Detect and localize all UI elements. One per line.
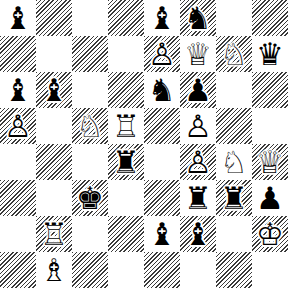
square-g6[interactable] <box>216 72 252 108</box>
square-e4[interactable] <box>144 144 180 180</box>
square-f5[interactable]: ♙ <box>180 108 216 144</box>
square-h4[interactable]: ♕ <box>252 144 288 180</box>
white-queen-f7[interactable]: ♕ <box>180 36 216 72</box>
square-f3[interactable]: ♜ <box>180 180 216 216</box>
white-pawn-e7[interactable]: ♙ <box>144 36 180 72</box>
square-g4[interactable]: ♘ <box>216 144 252 180</box>
square-c8[interactable] <box>72 0 108 36</box>
square-h7[interactable]: ♛ <box>252 36 288 72</box>
square-c2[interactable] <box>72 216 108 252</box>
square-a3[interactable] <box>0 180 36 216</box>
square-e8[interactable]: ♝ <box>144 0 180 36</box>
square-g5[interactable] <box>216 108 252 144</box>
square-b8[interactable] <box>36 0 72 36</box>
square-e3[interactable] <box>144 180 180 216</box>
square-b3[interactable] <box>36 180 72 216</box>
square-d2[interactable] <box>108 216 144 252</box>
square-d3[interactable] <box>108 180 144 216</box>
square-d4[interactable]: ♜ <box>108 144 144 180</box>
square-h2[interactable]: ♔ <box>252 216 288 252</box>
square-d1[interactable] <box>108 252 144 288</box>
square-g1[interactable] <box>216 252 252 288</box>
square-e7[interactable]: ♙ <box>144 36 180 72</box>
square-h6[interactable] <box>252 72 288 108</box>
square-b1[interactable]: ♗ <box>36 252 72 288</box>
square-b4[interactable] <box>36 144 72 180</box>
black-bishop-e2[interactable]: ♝ <box>144 216 180 252</box>
black-bishop-e8[interactable]: ♝ <box>144 0 180 36</box>
black-bishop-b6[interactable]: ♝ <box>36 72 72 108</box>
black-pawn-h3[interactable]: ♟ <box>252 180 288 216</box>
square-a6[interactable]: ♝ <box>0 72 36 108</box>
white-king-h2[interactable]: ♔ <box>252 216 288 252</box>
black-knight-f8[interactable]: ♞ <box>180 0 216 36</box>
black-bishop-f2[interactable]: ♝ <box>180 216 216 252</box>
square-c5[interactable]: ♘ <box>72 108 108 144</box>
black-rook-g3[interactable]: ♜ <box>216 180 252 216</box>
white-pawn-f5[interactable]: ♙ <box>180 108 216 144</box>
square-c1[interactable] <box>72 252 108 288</box>
black-queen-h7[interactable]: ♛ <box>252 36 288 72</box>
square-h3[interactable]: ♟ <box>252 180 288 216</box>
square-a1[interactable] <box>0 252 36 288</box>
square-c4[interactable] <box>72 144 108 180</box>
square-h1[interactable] <box>252 252 288 288</box>
square-d5[interactable]: ♖ <box>108 108 144 144</box>
white-pawn-f4[interactable]: ♙ <box>180 144 216 180</box>
white-queen-h4[interactable]: ♕ <box>252 144 288 180</box>
square-g7[interactable]: ♘ <box>216 36 252 72</box>
square-g2[interactable] <box>216 216 252 252</box>
white-rook-b2[interactable]: ♖ <box>36 216 72 252</box>
square-d7[interactable] <box>108 36 144 72</box>
square-a2[interactable] <box>0 216 36 252</box>
square-d6[interactable] <box>108 72 144 108</box>
black-pawn-f6[interactable]: ♟ <box>180 72 216 108</box>
square-h8[interactable] <box>252 0 288 36</box>
white-rook-d5[interactable]: ♖ <box>108 108 144 144</box>
square-a4[interactable] <box>0 144 36 180</box>
square-e1[interactable] <box>144 252 180 288</box>
square-g8[interactable] <box>216 0 252 36</box>
white-bishop-b1[interactable]: ♗ <box>36 252 72 288</box>
square-b5[interactable] <box>36 108 72 144</box>
square-f8[interactable]: ♞ <box>180 0 216 36</box>
square-e5[interactable] <box>144 108 180 144</box>
square-f4[interactable]: ♙ <box>180 144 216 180</box>
square-b2[interactable]: ♖ <box>36 216 72 252</box>
square-f7[interactable]: ♕ <box>180 36 216 72</box>
square-f1[interactable] <box>180 252 216 288</box>
white-knight-c5[interactable]: ♘ <box>72 108 108 144</box>
chess-board: ♝♝♞♙♕♘♛♝♝♞♟♙♘♖♙♜♙♘♕♚♜♜♟♖♝♝♔♗ <box>0 0 288 288</box>
black-bishop-a8[interactable]: ♝ <box>0 0 36 36</box>
square-a8[interactable]: ♝ <box>0 0 36 36</box>
square-a5[interactable]: ♙ <box>0 108 36 144</box>
square-c3[interactable]: ♚ <box>72 180 108 216</box>
square-c7[interactable] <box>72 36 108 72</box>
square-h5[interactable] <box>252 108 288 144</box>
square-b6[interactable]: ♝ <box>36 72 72 108</box>
black-rook-d4[interactable]: ♜ <box>108 144 144 180</box>
square-e6[interactable]: ♞ <box>144 72 180 108</box>
square-b7[interactable] <box>36 36 72 72</box>
square-e2[interactable]: ♝ <box>144 216 180 252</box>
square-c6[interactable] <box>72 72 108 108</box>
square-d8[interactable] <box>108 0 144 36</box>
white-knight-g7[interactable]: ♘ <box>216 36 252 72</box>
square-f2[interactable]: ♝ <box>180 216 216 252</box>
black-king-c3[interactable]: ♚ <box>72 180 108 216</box>
white-pawn-a5[interactable]: ♙ <box>0 108 36 144</box>
square-a7[interactable] <box>0 36 36 72</box>
square-f6[interactable]: ♟ <box>180 72 216 108</box>
black-rook-f3[interactable]: ♜ <box>180 180 216 216</box>
black-knight-e6[interactable]: ♞ <box>144 72 180 108</box>
white-knight-g4[interactable]: ♘ <box>216 144 252 180</box>
square-g3[interactable]: ♜ <box>216 180 252 216</box>
black-bishop-a6[interactable]: ♝ <box>0 72 36 108</box>
